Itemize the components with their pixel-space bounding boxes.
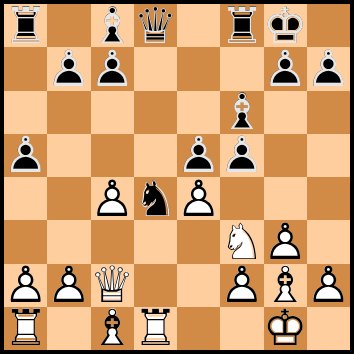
piece-outline-glyph: ♙ [220, 264, 263, 307]
square-c3[interactable] [91, 220, 134, 263]
piece-black-knight[interactable]: ♞♘ [134, 177, 177, 220]
square-g7[interactable]: ♟♙ [264, 47, 307, 90]
square-c7[interactable]: ♟♙ [91, 47, 134, 90]
square-a2[interactable]: ♟♙ [4, 264, 47, 307]
piece-black-bishop[interactable]: ♝♗ [220, 91, 263, 134]
piece-outline-glyph: ♔ [264, 4, 307, 47]
square-f8[interactable]: ♜♖ [220, 4, 263, 47]
piece-outline-glyph: ♕ [91, 264, 134, 307]
square-a7[interactable] [4, 47, 47, 90]
piece-fill-glyph: ♝ [91, 307, 134, 350]
square-b7[interactable]: ♟♙ [47, 47, 90, 90]
piece-outline-glyph: ♙ [307, 47, 350, 90]
square-g5[interactable] [264, 134, 307, 177]
square-e7[interactable] [177, 47, 220, 90]
square-b1[interactable] [47, 307, 90, 350]
piece-white-king[interactable]: ♚♔ [264, 307, 307, 350]
square-c8[interactable]: ♝♗ [91, 4, 134, 47]
square-c6[interactable] [91, 91, 134, 134]
piece-fill-glyph: ♚ [264, 307, 307, 350]
piece-fill-glyph: ♛ [91, 264, 134, 307]
square-b3[interactable] [47, 220, 90, 263]
piece-black-pawn[interactable]: ♟♙ [264, 47, 307, 90]
piece-white-bishop[interactable]: ♝♗ [91, 307, 134, 350]
square-g4[interactable] [264, 177, 307, 220]
piece-white-rook[interactable]: ♜♖ [4, 307, 47, 350]
square-b2[interactable]: ♟♙ [47, 264, 90, 307]
square-e3[interactable] [177, 220, 220, 263]
piece-fill-glyph: ♜ [4, 307, 47, 350]
piece-fill-glyph: ♟ [264, 220, 307, 263]
piece-outline-glyph: ♙ [47, 47, 90, 90]
square-h8[interactable] [307, 4, 350, 47]
piece-outline-glyph: ♗ [91, 4, 134, 47]
piece-white-pawn[interactable]: ♟♙ [4, 264, 47, 307]
piece-outline-glyph: ♙ [177, 134, 220, 177]
piece-black-bishop[interactable]: ♝♗ [91, 4, 134, 47]
square-g6[interactable] [264, 91, 307, 134]
piece-fill-glyph: ♝ [220, 91, 263, 134]
piece-fill-glyph: ♟ [307, 264, 350, 307]
piece-fill-glyph: ♟ [47, 264, 90, 307]
piece-white-pawn[interactable]: ♟♙ [47, 264, 90, 307]
piece-outline-glyph: ♙ [4, 134, 47, 177]
square-a5[interactable]: ♟♙ [4, 134, 47, 177]
piece-fill-glyph: ♞ [220, 220, 263, 263]
piece-white-pawn[interactable]: ♟♙ [307, 264, 350, 307]
piece-white-knight[interactable]: ♞♘ [220, 220, 263, 263]
piece-outline-glyph: ♙ [91, 177, 134, 220]
piece-black-rook[interactable]: ♜♖ [220, 4, 263, 47]
piece-outline-glyph: ♗ [264, 264, 307, 307]
square-d7[interactable] [134, 47, 177, 90]
square-d2[interactable] [134, 264, 177, 307]
piece-fill-glyph: ♟ [91, 177, 134, 220]
piece-fill-glyph: ♟ [177, 134, 220, 177]
square-e8[interactable] [177, 4, 220, 47]
square-h5[interactable] [307, 134, 350, 177]
piece-white-pawn[interactable]: ♟♙ [264, 220, 307, 263]
square-d4[interactable]: ♞♘ [134, 177, 177, 220]
piece-fill-glyph: ♟ [4, 134, 47, 177]
piece-black-king[interactable]: ♚♔ [264, 4, 307, 47]
piece-outline-glyph: ♖ [4, 4, 47, 47]
square-c2[interactable]: ♛♕ [91, 264, 134, 307]
piece-fill-glyph: ♜ [4, 4, 47, 47]
square-e4[interactable]: ♟♙ [177, 177, 220, 220]
piece-outline-glyph: ♖ [134, 307, 177, 350]
piece-fill-glyph: ♟ [220, 264, 263, 307]
square-g2[interactable]: ♝♗ [264, 264, 307, 307]
piece-black-pawn[interactable]: ♟♙ [220, 134, 263, 177]
square-e1[interactable] [177, 307, 220, 350]
piece-outline-glyph: ♙ [307, 264, 350, 307]
square-f7[interactable] [220, 47, 263, 90]
square-f4[interactable] [220, 177, 263, 220]
piece-outline-glyph: ♘ [134, 177, 177, 220]
square-g3[interactable]: ♟♙ [264, 220, 307, 263]
square-c1[interactable]: ♝♗ [91, 307, 134, 350]
square-g1[interactable]: ♚♔ [264, 307, 307, 350]
piece-fill-glyph: ♟ [4, 264, 47, 307]
piece-fill-glyph: ♝ [91, 4, 134, 47]
piece-outline-glyph: ♘ [220, 220, 263, 263]
square-h3[interactable] [307, 220, 350, 263]
piece-fill-glyph: ♟ [47, 47, 90, 90]
piece-fill-glyph: ♜ [220, 4, 263, 47]
square-e5[interactable]: ♟♙ [177, 134, 220, 177]
square-c4[interactable]: ♟♙ [91, 177, 134, 220]
board-grid: ♜♖♝♗♛♕♜♖♚♔♟♙♟♙♟♙♟♙♝♗♟♙♟♙♟♙♟♙♞♘♟♙♞♘♟♙♟♙♟♙… [4, 4, 350, 350]
piece-fill-glyph: ♝ [264, 264, 307, 307]
square-h6[interactable] [307, 91, 350, 134]
piece-outline-glyph: ♗ [91, 307, 134, 350]
piece-fill-glyph: ♟ [220, 134, 263, 177]
square-b6[interactable] [47, 91, 90, 134]
piece-outline-glyph: ♗ [220, 91, 263, 134]
piece-white-queen[interactable]: ♛♕ [91, 264, 134, 307]
piece-outline-glyph: ♖ [4, 307, 47, 350]
piece-white-pawn[interactable]: ♟♙ [220, 264, 263, 307]
square-c5[interactable] [91, 134, 134, 177]
square-g8[interactable]: ♚♔ [264, 4, 307, 47]
piece-outline-glyph: ♙ [47, 264, 90, 307]
piece-black-pawn[interactable]: ♟♙ [177, 134, 220, 177]
piece-fill-glyph: ♚ [264, 4, 307, 47]
piece-fill-glyph: ♛ [134, 4, 177, 47]
square-h7[interactable]: ♟♙ [307, 47, 350, 90]
piece-black-rook[interactable]: ♜♖ [4, 4, 47, 47]
square-e2[interactable] [177, 264, 220, 307]
piece-white-bishop[interactable]: ♝♗ [264, 264, 307, 307]
piece-fill-glyph: ♟ [91, 47, 134, 90]
square-h1[interactable] [307, 307, 350, 350]
square-a6[interactable] [4, 91, 47, 134]
square-f2[interactable]: ♟♙ [220, 264, 263, 307]
piece-fill-glyph: ♟ [264, 47, 307, 90]
square-f1[interactable] [220, 307, 263, 350]
piece-fill-glyph: ♜ [134, 307, 177, 350]
square-e6[interactable] [177, 91, 220, 134]
piece-outline-glyph: ♙ [4, 264, 47, 307]
square-d3[interactable] [134, 220, 177, 263]
piece-white-pawn[interactable]: ♟♙ [91, 177, 134, 220]
chess-board: ♜♖♝♗♛♕♜♖♚♔♟♙♟♙♟♙♟♙♝♗♟♙♟♙♟♙♟♙♞♘♟♙♞♘♟♙♟♙♟♙… [0, 0, 354, 354]
piece-outline-glyph: ♖ [220, 4, 263, 47]
square-a8[interactable]: ♜♖ [4, 4, 47, 47]
square-d5[interactable] [134, 134, 177, 177]
piece-fill-glyph: ♞ [134, 177, 177, 220]
piece-fill-glyph: ♟ [307, 47, 350, 90]
piece-outline-glyph: ♙ [264, 47, 307, 90]
square-f3[interactable]: ♞♘ [220, 220, 263, 263]
piece-white-rook[interactable]: ♜♖ [134, 307, 177, 350]
square-b5[interactable] [47, 134, 90, 177]
square-b8[interactable] [47, 4, 90, 47]
square-a4[interactable] [4, 177, 47, 220]
square-d1[interactable]: ♜♖ [134, 307, 177, 350]
square-f6[interactable]: ♝♗ [220, 91, 263, 134]
piece-outline-glyph: ♙ [177, 177, 220, 220]
square-d8[interactable]: ♛♕ [134, 4, 177, 47]
piece-outline-glyph: ♙ [264, 220, 307, 263]
square-b4[interactable] [47, 177, 90, 220]
piece-outline-glyph: ♙ [91, 47, 134, 90]
piece-black-pawn[interactable]: ♟♙ [47, 47, 90, 90]
piece-black-queen[interactable]: ♛♕ [134, 4, 177, 47]
square-h4[interactable] [307, 177, 350, 220]
piece-white-pawn[interactable]: ♟♙ [177, 177, 220, 220]
piece-black-pawn[interactable]: ♟♙ [307, 47, 350, 90]
piece-outline-glyph: ♕ [134, 4, 177, 47]
piece-black-pawn[interactable]: ♟♙ [4, 134, 47, 177]
square-h2[interactable]: ♟♙ [307, 264, 350, 307]
piece-outline-glyph: ♔ [264, 307, 307, 350]
piece-outline-glyph: ♙ [220, 134, 263, 177]
square-d6[interactable] [134, 91, 177, 134]
square-a1[interactable]: ♜♖ [4, 307, 47, 350]
piece-fill-glyph: ♟ [177, 177, 220, 220]
square-a3[interactable] [4, 220, 47, 263]
square-f5[interactable]: ♟♙ [220, 134, 263, 177]
piece-black-pawn[interactable]: ♟♙ [91, 47, 134, 90]
